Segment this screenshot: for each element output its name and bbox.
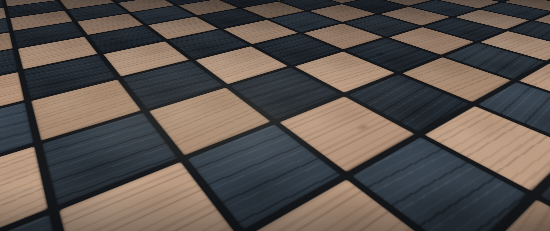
board <box>0 0 550 231</box>
board-photo-scene <box>0 0 550 231</box>
